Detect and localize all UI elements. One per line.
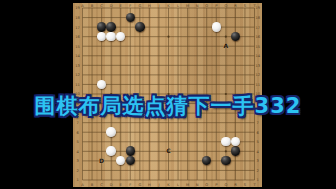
- svg-text:C: C: [100, 4, 103, 8]
- svg-text:J: J: [157, 4, 159, 8]
- video-title-overlay: 围棋布局选点猜下一手332: [35, 92, 302, 120]
- svg-text:L: L: [177, 4, 179, 8]
- svg-text:16: 16: [255, 35, 260, 39]
- video-frame: { "game": "go", "overlay": { "title": "围…: [0, 0, 336, 189]
- black-stone: [126, 146, 135, 155]
- svg-text:15: 15: [75, 45, 80, 49]
- svg-text:N: N: [196, 183, 199, 187]
- black-stone: [97, 22, 106, 31]
- svg-text:D: D: [110, 183, 113, 187]
- svg-text:Q: Q: [224, 183, 227, 187]
- svg-text:Q: Q: [224, 4, 227, 8]
- svg-text:2: 2: [257, 169, 259, 173]
- svg-text:12: 12: [255, 73, 260, 77]
- svg-text:E: E: [120, 183, 123, 187]
- svg-text:19: 19: [75, 6, 80, 10]
- svg-text:T: T: [252, 183, 256, 187]
- black-stone: [135, 22, 144, 31]
- svg-text:12: 12: [75, 73, 80, 77]
- black-stone: [231, 146, 240, 155]
- svg-text:P: P: [215, 4, 218, 8]
- svg-text:3: 3: [76, 159, 78, 163]
- svg-text:A: A: [81, 183, 84, 187]
- svg-text:O: O: [205, 4, 208, 8]
- svg-text:B: B: [91, 4, 94, 8]
- black-stone: [221, 156, 230, 165]
- svg-text:S: S: [244, 4, 247, 8]
- white-stone: [106, 127, 115, 136]
- svg-text:F: F: [129, 4, 131, 8]
- white-stone: [106, 146, 115, 155]
- svg-text:F: F: [129, 183, 131, 187]
- svg-text:S: S: [244, 183, 247, 187]
- svg-text:16: 16: [75, 35, 80, 39]
- svg-text:17: 17: [75, 26, 80, 30]
- svg-text:H: H: [148, 4, 151, 8]
- svg-text:7: 7: [76, 121, 78, 125]
- white-stone: [106, 32, 115, 41]
- svg-text:15: 15: [255, 45, 260, 49]
- svg-text:P: P: [215, 183, 218, 187]
- svg-text:B: B: [91, 183, 94, 187]
- svg-text:6: 6: [257, 131, 260, 135]
- svg-text:J: J: [157, 183, 159, 187]
- white-stone: [221, 137, 230, 146]
- svg-text:14: 14: [255, 54, 260, 58]
- move-option-label[interactable]: D: [98, 158, 106, 164]
- svg-text:R: R: [234, 4, 237, 8]
- svg-text:3: 3: [257, 159, 259, 163]
- svg-text:E: E: [120, 4, 123, 8]
- svg-text:K: K: [167, 183, 170, 187]
- move-option-label[interactable]: C: [165, 148, 173, 154]
- svg-text:1: 1: [257, 178, 259, 182]
- svg-text:L: L: [177, 183, 179, 187]
- svg-text:13: 13: [255, 64, 260, 68]
- svg-text:O: O: [205, 183, 208, 187]
- svg-text:14: 14: [75, 54, 80, 58]
- svg-text:G: G: [138, 4, 141, 8]
- svg-text:A: A: [81, 4, 84, 8]
- svg-text:1: 1: [76, 178, 78, 182]
- svg-text:5: 5: [76, 140, 78, 144]
- svg-text:13: 13: [75, 64, 80, 68]
- svg-text:C: C: [100, 183, 103, 187]
- move-option-label[interactable]: A: [222, 43, 230, 49]
- svg-text:18: 18: [255, 16, 260, 20]
- svg-text:5: 5: [257, 140, 259, 144]
- svg-text:7: 7: [257, 121, 259, 125]
- svg-text:4: 4: [76, 150, 79, 154]
- svg-text:G: G: [138, 183, 141, 187]
- svg-text:R: R: [234, 183, 237, 187]
- svg-text:17: 17: [255, 26, 260, 30]
- svg-text:11: 11: [75, 83, 80, 87]
- svg-text:M: M: [186, 4, 189, 8]
- svg-text:N: N: [196, 4, 199, 8]
- svg-text:6: 6: [76, 131, 79, 135]
- svg-text:M: M: [186, 183, 189, 187]
- white-stone: [212, 22, 221, 31]
- svg-text:4: 4: [257, 150, 260, 154]
- svg-text:D: D: [110, 4, 113, 8]
- svg-text:2: 2: [76, 169, 78, 173]
- svg-text:K: K: [167, 4, 170, 8]
- black-stone: [106, 22, 115, 31]
- svg-text:H: H: [148, 183, 151, 187]
- svg-text:19: 19: [255, 6, 260, 10]
- svg-text:11: 11: [255, 83, 260, 87]
- svg-text:18: 18: [75, 16, 80, 20]
- black-stone: [126, 13, 135, 22]
